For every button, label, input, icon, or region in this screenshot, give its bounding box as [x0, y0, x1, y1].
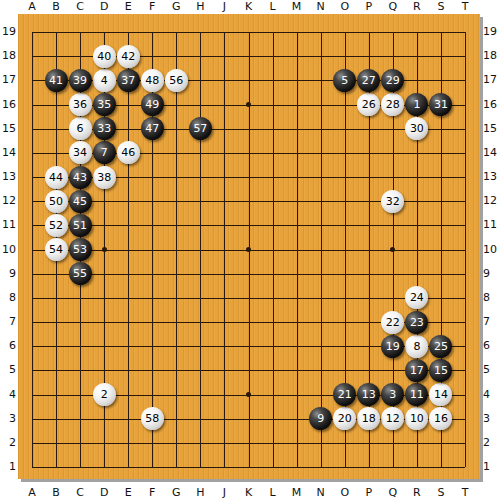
column-label: J	[214, 486, 234, 499]
stone-white-S4: 14	[429, 383, 452, 406]
stone-white-S3: 16	[429, 407, 452, 430]
row-label: 12	[0, 194, 16, 208]
row-label: 11	[0, 218, 16, 232]
column-label: Q	[383, 0, 403, 13]
column-label: B	[46, 0, 66, 13]
stone-white-Q7: 22	[381, 311, 404, 334]
row-label: 11	[483, 218, 500, 232]
row-label: 15	[483, 122, 500, 136]
stone-black-R16: 1	[405, 93, 428, 116]
row-label: 6	[483, 339, 500, 353]
stone-black-D16: 35	[93, 93, 116, 116]
stone-white-Q12: 32	[381, 190, 404, 213]
row-label: 5	[483, 363, 500, 377]
column-label: G	[166, 486, 186, 499]
row-label: 8	[483, 291, 500, 305]
stone-black-Q4: 3	[381, 383, 404, 406]
stone-black-Q17: 29	[381, 69, 404, 92]
stone-black-N3: 9	[309, 407, 332, 430]
column-label: L	[263, 0, 283, 13]
stone-white-C15: 6	[69, 117, 92, 140]
stone-black-C17: 39	[69, 69, 92, 92]
grid-line-horizontal	[32, 443, 465, 444]
column-label: L	[263, 486, 283, 499]
stone-black-B17: 41	[45, 69, 68, 92]
stone-white-R15: 30	[405, 117, 428, 140]
stone-white-P16: 26	[357, 93, 380, 116]
grid-line-horizontal	[32, 370, 465, 371]
row-label: 17	[0, 73, 16, 87]
stone-black-C11: 51	[69, 214, 92, 237]
stone-black-E17: 37	[117, 69, 140, 92]
stone-white-E14: 46	[117, 141, 140, 164]
stone-black-P17: 27	[357, 69, 380, 92]
column-label: T	[455, 0, 475, 13]
column-label: O	[335, 486, 355, 499]
stone-black-R5: 17	[405, 359, 428, 382]
stone-black-R4: 11	[405, 383, 428, 406]
stone-white-B13: 44	[45, 166, 68, 189]
stone-white-Q3: 12	[381, 407, 404, 430]
column-label: G	[166, 0, 186, 13]
row-label: 6	[0, 339, 16, 353]
stone-white-R8: 24	[405, 286, 428, 309]
row-label: 12	[483, 194, 500, 208]
column-label: T	[455, 486, 475, 499]
stone-white-E18: 42	[117, 45, 140, 68]
column-label: N	[311, 486, 331, 499]
stone-black-H15: 57	[189, 117, 212, 140]
stone-black-C9: 55	[69, 262, 92, 285]
star-point	[246, 247, 251, 252]
stone-white-Q16: 28	[381, 93, 404, 116]
row-label: 2	[0, 436, 16, 450]
row-label: 13	[483, 170, 500, 184]
column-label: C	[70, 0, 90, 13]
column-label: E	[118, 0, 138, 13]
stone-black-C12: 45	[69, 190, 92, 213]
row-label: 16	[483, 98, 500, 112]
column-label: A	[22, 0, 42, 13]
star-point	[246, 392, 251, 397]
row-label: 19	[0, 25, 16, 39]
row-label: 18	[483, 49, 500, 63]
stone-white-O3: 20	[333, 407, 356, 430]
column-label: A	[22, 486, 42, 499]
star-point	[246, 102, 251, 107]
stone-white-B11: 52	[45, 214, 68, 237]
column-label: S	[431, 0, 451, 13]
column-label: M	[287, 0, 307, 13]
column-label: H	[190, 0, 210, 13]
column-label: D	[94, 0, 114, 13]
column-label: K	[239, 486, 259, 499]
stone-white-D4: 2	[93, 383, 116, 406]
stone-white-R6: 8	[405, 335, 428, 358]
star-point	[102, 247, 107, 252]
column-label: J	[214, 0, 234, 13]
row-label: 16	[0, 98, 16, 112]
row-label: 4	[0, 388, 16, 402]
row-label: 9	[483, 267, 500, 281]
stone-black-Q6: 19	[381, 335, 404, 358]
row-label: 17	[483, 73, 500, 87]
stone-white-P3: 18	[357, 407, 380, 430]
column-label: O	[335, 0, 355, 13]
row-label: 7	[483, 315, 500, 329]
row-label: 14	[483, 146, 500, 160]
stone-black-C13: 43	[69, 166, 92, 189]
column-label: P	[359, 0, 379, 13]
stone-black-S6: 25	[429, 335, 452, 358]
star-point	[390, 247, 395, 252]
row-label: 18	[0, 49, 16, 63]
column-label: E	[118, 486, 138, 499]
row-label: 15	[0, 122, 16, 136]
row-label: 3	[0, 412, 16, 426]
grid-line-vertical	[273, 32, 274, 467]
row-label: 9	[0, 267, 16, 281]
column-label: D	[94, 486, 114, 499]
column-label: K	[239, 0, 259, 13]
row-label: 5	[0, 363, 16, 377]
row-label: 19	[483, 25, 500, 39]
grid-line-horizontal	[32, 274, 465, 275]
row-label: 1	[0, 460, 16, 474]
stone-white-D18: 40	[93, 45, 116, 68]
row-label: 3	[483, 412, 500, 426]
goban-grid: 1234567891011121314151617181920212223242…	[32, 32, 465, 467]
row-label: 10	[483, 243, 500, 257]
column-label: F	[142, 0, 162, 13]
stone-white-D17: 4	[93, 69, 116, 92]
column-label: N	[311, 0, 331, 13]
column-label: R	[407, 0, 427, 13]
grid-line-vertical	[297, 32, 298, 467]
column-label: B	[46, 486, 66, 499]
column-label: Q	[383, 486, 403, 499]
row-label: 8	[0, 291, 16, 305]
stone-black-F16: 49	[141, 93, 164, 116]
stone-black-D15: 33	[93, 117, 116, 140]
stone-white-R3: 10	[405, 407, 428, 430]
column-label: P	[359, 486, 379, 499]
row-label: 13	[0, 170, 16, 184]
row-label: 4	[483, 388, 500, 402]
stone-black-D14: 7	[93, 141, 116, 164]
stone-white-F3: 58	[141, 407, 164, 430]
stone-black-S5: 15	[429, 359, 452, 382]
row-label: 10	[0, 243, 16, 257]
stone-white-B12: 50	[45, 190, 68, 213]
column-label: S	[431, 486, 451, 499]
stone-white-B10: 54	[45, 238, 68, 261]
stone-black-O17: 5	[333, 69, 356, 92]
column-label: H	[190, 486, 210, 499]
stone-white-C14: 34	[69, 141, 92, 164]
go-kifu-diagram: ABCDEFGHJKLMNOPQRST 19181716151413121110…	[0, 0, 500, 500]
stone-black-F15: 47	[141, 117, 164, 140]
stone-black-R7: 23	[405, 311, 428, 334]
stone-black-C10: 53	[69, 238, 92, 261]
grid-line-vertical	[321, 32, 322, 467]
stone-white-C16: 36	[69, 93, 92, 116]
row-label: 7	[0, 315, 16, 329]
row-label: 2	[483, 436, 500, 450]
goban: 1234567891011121314151617181920212223242…	[18, 14, 480, 479]
grid-line-horizontal	[32, 298, 465, 299]
row-label: 14	[0, 146, 16, 160]
stone-white-F17: 48	[141, 69, 164, 92]
column-label: F	[142, 486, 162, 499]
row-label: 1	[483, 460, 500, 474]
stone-black-S16: 31	[429, 93, 452, 116]
column-label: R	[407, 486, 427, 499]
column-label: M	[287, 486, 307, 499]
column-label: C	[70, 486, 90, 499]
stone-white-D13: 38	[93, 166, 116, 189]
stone-white-G17: 56	[165, 69, 188, 92]
stone-black-O4: 21	[333, 383, 356, 406]
stone-black-P4: 13	[357, 383, 380, 406]
grid-line-horizontal	[32, 467, 465, 468]
grid-line-vertical	[465, 32, 466, 467]
